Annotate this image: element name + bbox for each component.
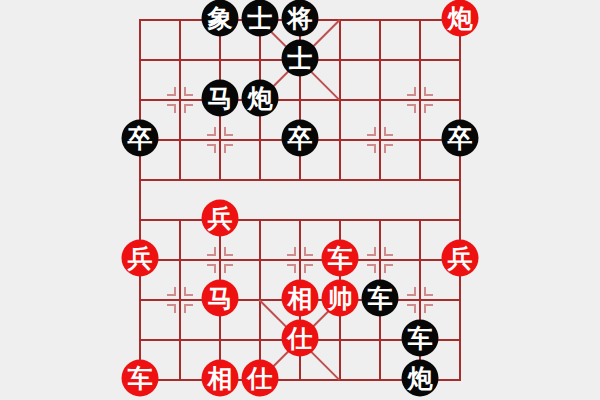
piece-black-cannon[interactable]: 炮	[242, 80, 279, 117]
piece-black-soldier[interactable]: 卒	[122, 120, 159, 157]
piece-black-soldier[interactable]: 卒	[442, 120, 479, 157]
board-stage: 象士将士马炮卒卒卒车车炮炮兵兵车兵马相帅仕车相仕	[0, 0, 600, 400]
piece-red-chariot[interactable]: 车	[122, 360, 159, 397]
piece-red-elephant[interactable]: 相	[282, 280, 319, 317]
piece-black-chariot[interactable]: 车	[362, 280, 399, 317]
piece-red-soldier[interactable]: 兵	[442, 240, 479, 277]
piece-red-soldier[interactable]: 兵	[202, 200, 239, 237]
piece-red-soldier[interactable]: 兵	[122, 240, 159, 277]
piece-red-elephant[interactable]: 相	[202, 360, 239, 397]
piece-red-chariot[interactable]: 车	[322, 240, 359, 277]
piece-red-advisor[interactable]: 仕	[242, 360, 279, 397]
xiangqi-board: 象士将士马炮卒卒卒车车炮炮兵兵车兵马相帅仕车相仕	[120, 0, 480, 400]
piece-red-cannon[interactable]: 炮	[442, 0, 479, 37]
piece-black-horse[interactable]: 马	[202, 80, 239, 117]
piece-black-elephant[interactable]: 象	[202, 0, 239, 37]
piece-red-general[interactable]: 帅	[322, 280, 359, 317]
piece-black-advisor[interactable]: 士	[282, 40, 319, 77]
piece-black-cannon[interactable]: 炮	[402, 360, 439, 397]
board-pieces: 象士将士马炮卒卒卒车车炮炮兵兵车兵马相帅仕车相仕	[120, 0, 480, 400]
piece-red-advisor[interactable]: 仕	[282, 320, 319, 357]
piece-black-soldier[interactable]: 卒	[282, 120, 319, 157]
piece-black-general[interactable]: 将	[282, 0, 319, 37]
piece-black-advisor[interactable]: 士	[242, 0, 279, 37]
piece-red-horse[interactable]: 马	[202, 280, 239, 317]
piece-black-chariot[interactable]: 车	[402, 320, 439, 357]
